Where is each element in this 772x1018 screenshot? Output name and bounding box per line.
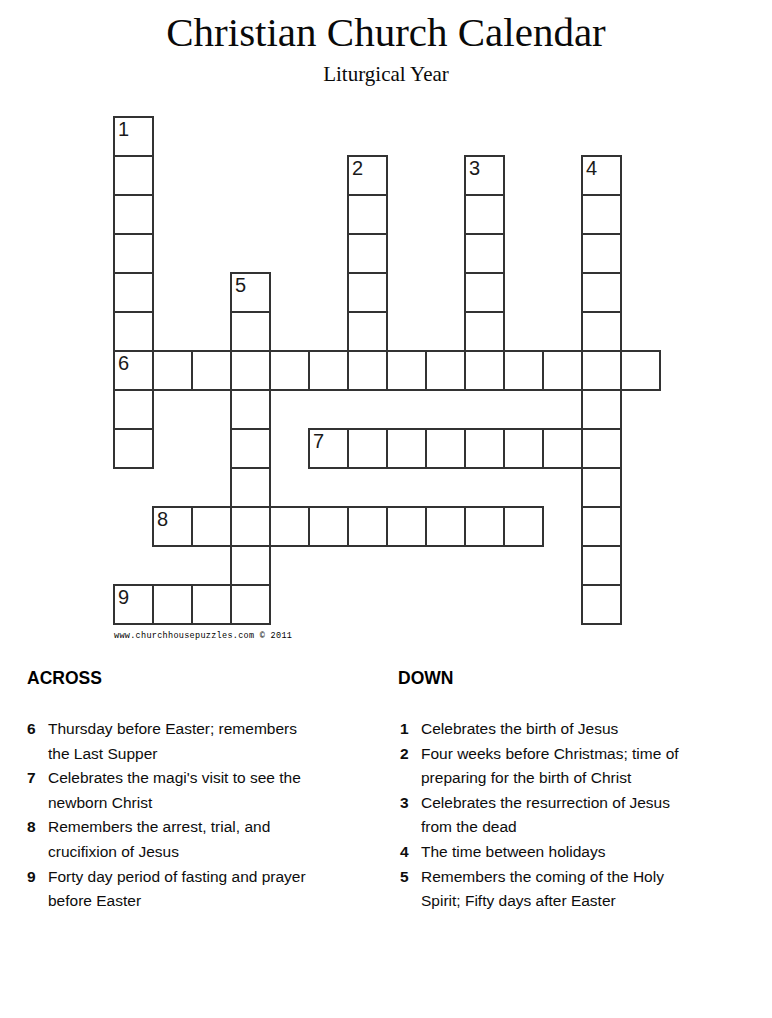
grid-cell-r6c9[interactable]: [464, 350, 505, 391]
grid-cell-r8c11[interactable]: [542, 428, 583, 469]
grid-cell-r1c0[interactable]: [113, 155, 154, 196]
grid-cell-r5c6[interactable]: [347, 311, 388, 352]
grid-cell-r1c9[interactable]: 3: [464, 155, 505, 196]
cell-number-6: 6: [118, 353, 129, 373]
grid-cell-r11c3[interactable]: [230, 545, 271, 586]
grid-cell-r9c12[interactable]: [581, 467, 622, 508]
clue-text: Forty day period of fasting and prayer b…: [48, 865, 306, 914]
cell-number-2: 2: [352, 158, 363, 178]
clue-number: 3: [400, 791, 421, 816]
grid-cell-r6c7[interactable]: [386, 350, 427, 391]
down-clue-1: 1 Celebrates the birth of Jesus: [400, 717, 740, 742]
clue-number: 4: [400, 840, 421, 865]
grid-cell-r2c12[interactable]: [581, 194, 622, 235]
grid-cell-r4c0[interactable]: [113, 272, 154, 313]
clue-text: Remembers the arrest, trial, and crucifi…: [48, 815, 270, 864]
down-clue-3: 3 Celebrates the resurrection of Jesus f…: [400, 791, 740, 840]
page-title: Christian Church Calendar: [0, 8, 772, 56]
grid-cell-r12c0[interactable]: 9: [113, 584, 154, 625]
grid-cell-r6c8[interactable]: [425, 350, 466, 391]
grid-cell-r8c7[interactable]: [386, 428, 427, 469]
clue-text: Celebrates the birth of Jesus: [421, 717, 618, 742]
grid-cell-r12c3[interactable]: [230, 584, 271, 625]
grid-cell-r5c0[interactable]: [113, 311, 154, 352]
down-clue-2: 2 Four weeks before Christmas; time of p…: [400, 742, 740, 791]
grid-cell-r6c5[interactable]: [308, 350, 349, 391]
grid-cell-r2c6[interactable]: [347, 194, 388, 235]
grid-cell-r5c3[interactable]: [230, 311, 271, 352]
clue-text: Celebrates the magi's visit to see the n…: [48, 766, 301, 815]
across-clue-8: 8 Remembers the arrest, trial, and cruci…: [27, 815, 379, 864]
grid-cell-r8c9[interactable]: [464, 428, 505, 469]
grid-cell-r8c12[interactable]: [581, 428, 622, 469]
cell-number-1: 1: [118, 119, 129, 139]
grid-cell-r6c4[interactable]: [269, 350, 310, 391]
grid-cell-r4c12[interactable]: [581, 272, 622, 313]
clue-number: 6: [27, 717, 48, 742]
grid-cell-r6c12[interactable]: [581, 350, 622, 391]
grid-cell-r8c5[interactable]: 7: [308, 428, 349, 469]
grid-cell-r12c1[interactable]: [152, 584, 193, 625]
grid-cell-r6c13[interactable]: [620, 350, 661, 391]
grid-cell-r6c3[interactable]: [230, 350, 271, 391]
clue-text: Thursday before Easter; remembers the La…: [48, 717, 297, 766]
across-clue-list: 6 Thursday before Easter; remembers the …: [27, 717, 379, 914]
down-clue-4: 4 The time between holidays: [400, 840, 740, 865]
cell-number-5: 5: [235, 275, 246, 295]
grid-cell-r10c5[interactable]: [308, 506, 349, 547]
grid-cell-r10c6[interactable]: [347, 506, 388, 547]
crossword-grid: 123456789: [113, 116, 661, 625]
grid-cell-r12c12[interactable]: [581, 584, 622, 625]
grid-cell-r7c12[interactable]: [581, 389, 622, 430]
grid-cell-r2c9[interactable]: [464, 194, 505, 235]
grid-cell-r10c10[interactable]: [503, 506, 544, 547]
clue-number: 7: [27, 766, 48, 791]
clue-number: 2: [400, 742, 421, 767]
clue-text: Celebrates the resurrection of Jesus fro…: [421, 791, 670, 840]
grid-cell-r0c0[interactable]: 1: [113, 116, 154, 157]
grid-cell-r8c6[interactable]: [347, 428, 388, 469]
grid-cell-r6c0[interactable]: 6: [113, 350, 154, 391]
grid-cell-r1c12[interactable]: 4: [581, 155, 622, 196]
page-subtitle: Liturgical Year: [0, 60, 772, 88]
grid-cell-r6c2[interactable]: [191, 350, 232, 391]
cell-number-8: 8: [157, 509, 168, 529]
copyright-note: www.churchhousepuzzles.com © 2011: [114, 631, 292, 642]
grid-cell-r7c3[interactable]: [230, 389, 271, 430]
clue-number: 9: [27, 865, 48, 890]
grid-cell-r5c9[interactable]: [464, 311, 505, 352]
clue-number: 8: [27, 815, 48, 840]
grid-cell-r12c2[interactable]: [191, 584, 232, 625]
grid-cell-r8c10[interactable]: [503, 428, 544, 469]
down-header: DOWN: [398, 668, 453, 688]
grid-cell-r6c11[interactable]: [542, 350, 583, 391]
grid-cell-r6c1[interactable]: [152, 350, 193, 391]
grid-cell-r4c3[interactable]: 5: [230, 272, 271, 313]
down-clue-list: 1 Celebrates the birth of Jesus 2 Four w…: [400, 717, 740, 914]
grid-cell-r9c3[interactable]: [230, 467, 271, 508]
cell-number-4: 4: [586, 158, 597, 178]
grid-cell-r7c0[interactable]: [113, 389, 154, 430]
across-clue-6: 6 Thursday before Easter; remembers the …: [27, 717, 379, 766]
across-clue-9: 9 Forty day period of fasting and prayer…: [27, 865, 379, 914]
cell-number-7: 7: [313, 431, 324, 451]
grid-cell-r8c8[interactable]: [425, 428, 466, 469]
clue-text: The time between holidays: [421, 840, 605, 865]
grid-cell-r10c7[interactable]: [386, 506, 427, 547]
grid-cell-r1c6[interactable]: 2: [347, 155, 388, 196]
grid-cell-r8c0[interactable]: [113, 428, 154, 469]
grid-cell-r8c3[interactable]: [230, 428, 271, 469]
grid-cell-r11c12[interactable]: [581, 545, 622, 586]
clue-number: 1: [400, 717, 421, 742]
clue-text: Remembers the coming of the Holy Spirit;…: [421, 865, 664, 914]
grid-cell-r3c9[interactable]: [464, 233, 505, 274]
grid-cell-r10c12[interactable]: [581, 506, 622, 547]
grid-cell-r10c2[interactable]: [191, 506, 232, 547]
puzzle-page: Christian Church Calendar Liturgical Yea…: [0, 0, 772, 1018]
grid-cell-r4c6[interactable]: [347, 272, 388, 313]
down-clue-5: 5 Remembers the coming of the Holy Spiri…: [400, 865, 740, 914]
grid-cell-r10c3[interactable]: [230, 506, 271, 547]
clue-number: 5: [400, 865, 421, 890]
grid-cell-r3c0[interactable]: [113, 233, 154, 274]
grid-cell-r3c12[interactable]: [581, 233, 622, 274]
grid-cell-r10c9[interactable]: [464, 506, 505, 547]
grid-cell-r4c9[interactable]: [464, 272, 505, 313]
grid-cell-r10c1[interactable]: 8: [152, 506, 193, 547]
grid-cell-r6c6[interactable]: [347, 350, 388, 391]
across-header: ACROSS: [27, 668, 102, 688]
grid-cell-r10c8[interactable]: [425, 506, 466, 547]
clue-text: Four weeks before Christmas; time of pre…: [421, 742, 679, 791]
cell-number-9: 9: [118, 587, 129, 607]
grid-cell-r5c12[interactable]: [581, 311, 622, 352]
across-clue-7: 7 Celebrates the magi's visit to see the…: [27, 766, 379, 815]
grid-cell-r6c10[interactable]: [503, 350, 544, 391]
grid-cell-r3c6[interactable]: [347, 233, 388, 274]
cell-number-3: 3: [469, 158, 480, 178]
grid-cell-r10c4[interactable]: [269, 506, 310, 547]
grid-cell-r2c0[interactable]: [113, 194, 154, 235]
